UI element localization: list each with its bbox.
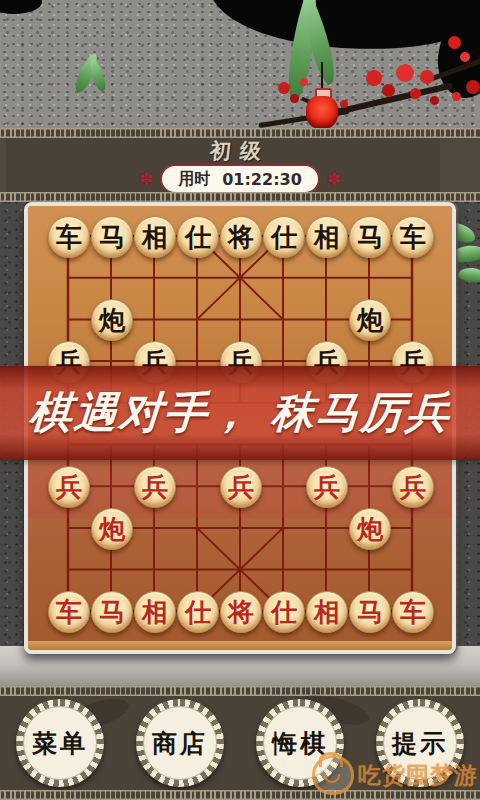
watermark-text: 吃货囤梦游 [358,760,478,791]
piece-red-仕[interactable]: 仕 [177,591,219,633]
piece-black-车[interactable]: 车 [392,216,434,258]
piece-red-兵[interactable]: 兵 [392,466,434,508]
watermark-face-icon [312,755,354,795]
piece-red-兵[interactable]: 兵 [220,466,262,508]
lantern-string [321,62,323,90]
piece-red-相[interactable]: 相 [306,591,348,633]
menu-button[interactable]: 菜单 [16,699,104,787]
piece-black-仕[interactable]: 仕 [263,216,305,258]
bamboo-leaf-decoration [457,267,480,284]
board-bevel [28,641,452,650]
piece-red-相[interactable]: 相 [134,591,176,633]
xiangqi-app: 初级 ✽ 用时 01:22:30 ✽ 车马相仕将仕相马车炮炮兵兵兵兵兵兵兵兵兵兵… [0,0,480,800]
piece-red-仕[interactable]: 仕 [263,591,305,633]
piece-red-将[interactable]: 将 [220,591,262,633]
menu-button-label: 菜单 [23,706,97,780]
piece-black-相[interactable]: 相 [306,216,348,258]
piece-red-兵[interactable]: 兵 [48,466,90,508]
ink-blot-decoration [0,0,42,14]
piece-red-车[interactable]: 车 [48,591,90,633]
timer-pill: 用时 01:22:30 [160,164,320,194]
piece-red-马[interactable]: 马 [349,591,391,633]
ornament-right-icon: ✽ [327,169,341,189]
timer-value: 01:22:30 [222,170,302,189]
red-lantern-decoration [306,96,338,129]
piece-black-马[interactable]: 马 [91,216,133,258]
piece-red-兵[interactable]: 兵 [306,466,348,508]
stone-background [0,0,480,130]
slogan-banner: 棋遇对手， 秣马厉兵 [0,366,480,460]
piece-red-车[interactable]: 车 [392,591,434,633]
meander-border [0,192,480,202]
shop-button-label: 商店 [143,706,217,780]
piece-red-兵[interactable]: 兵 [134,466,176,508]
shop-button[interactable]: 商店 [136,699,224,787]
timer-row: ✽ 用时 01:22:30 ✽ [0,164,480,194]
piece-black-将[interactable]: 将 [220,216,262,258]
slogan-text: 棋遇对手， 秣马厉兵 [0,366,480,460]
piece-red-马[interactable]: 马 [91,591,133,633]
watermark: 吃货囤梦游 [312,752,478,798]
piece-red-炮[interactable]: 炮 [349,508,391,550]
piece-red-炮[interactable]: 炮 [91,508,133,550]
piece-black-相[interactable]: 相 [134,216,176,258]
ornament-left-icon: ✽ [139,169,153,189]
timer-label: 用时 [178,169,210,190]
piece-black-车[interactable]: 车 [48,216,90,258]
piece-black-马[interactable]: 马 [349,216,391,258]
game-header: 初级 ✽ 用时 01:22:30 ✽ [0,128,480,202]
meander-border [0,686,480,696]
level-label: 初级 [0,137,480,165]
piece-black-仕[interactable]: 仕 [177,216,219,258]
